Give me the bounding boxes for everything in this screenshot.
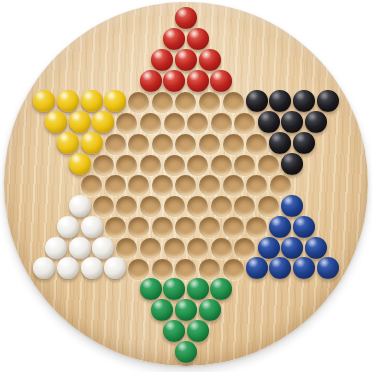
marble-green[interactable] xyxy=(199,299,221,321)
board-cell xyxy=(174,176,198,197)
board-cell xyxy=(186,280,210,301)
board-cell xyxy=(292,134,316,155)
board-cell xyxy=(245,176,269,197)
board-cell xyxy=(257,238,281,259)
marble-green[interactable] xyxy=(210,278,232,300)
board-cell xyxy=(174,343,198,364)
board-hole-grid xyxy=(33,9,340,364)
board-cell xyxy=(162,280,186,301)
board-cell xyxy=(269,259,293,280)
board-cell xyxy=(127,217,151,238)
board-cell xyxy=(174,301,198,322)
board-hole[interactable] xyxy=(140,155,161,176)
board-cell xyxy=(80,259,104,280)
board-cell xyxy=(56,259,80,280)
board-cell xyxy=(257,196,281,217)
board-cell xyxy=(115,155,139,176)
board-cell xyxy=(221,92,245,113)
board-cell xyxy=(210,155,234,176)
board-cell xyxy=(139,238,163,259)
board-hole[interactable] xyxy=(258,196,279,217)
marble-yellow[interactable] xyxy=(69,111,91,133)
board-cell xyxy=(139,280,163,301)
board-cell xyxy=(198,259,222,280)
board-cell xyxy=(186,29,210,50)
board-cell xyxy=(162,29,186,50)
board-cell xyxy=(292,259,316,280)
board-hole[interactable] xyxy=(211,238,232,259)
board-hole[interactable] xyxy=(140,238,161,259)
board-hole[interactable] xyxy=(93,196,114,217)
board-cell xyxy=(92,155,116,176)
marble-white[interactable] xyxy=(92,236,114,258)
marble-blue[interactable] xyxy=(281,195,303,217)
board-cell xyxy=(198,92,222,113)
board-hole[interactable] xyxy=(234,196,255,217)
board-cell xyxy=(186,71,210,92)
board-hole[interactable] xyxy=(128,92,149,113)
board-hole[interactable] xyxy=(128,134,149,155)
marble-red[interactable] xyxy=(187,28,209,50)
board-cell xyxy=(103,134,127,155)
board-cell xyxy=(162,113,186,134)
board-cell xyxy=(151,50,175,71)
board-cell xyxy=(174,217,198,238)
board-cell xyxy=(198,50,222,71)
marble-black[interactable] xyxy=(246,90,268,112)
board-cell xyxy=(210,238,234,259)
board-cell xyxy=(245,217,269,238)
marble-blue[interactable] xyxy=(258,236,280,258)
board-cell xyxy=(210,113,234,134)
marble-black[interactable] xyxy=(258,111,280,133)
board-cell xyxy=(162,196,186,217)
board-cell xyxy=(233,113,257,134)
board-hole[interactable] xyxy=(246,134,267,155)
board-cell xyxy=(198,301,222,322)
board-cell xyxy=(280,238,304,259)
board-hole[interactable] xyxy=(246,217,267,238)
board-cell xyxy=(68,155,92,176)
board-cell xyxy=(127,176,151,197)
marble-green[interactable] xyxy=(175,341,197,363)
board-hole[interactable] xyxy=(164,113,185,134)
board-cell xyxy=(162,71,186,92)
board-cell xyxy=(186,155,210,176)
board-cell xyxy=(162,155,186,176)
board-cell xyxy=(33,92,57,113)
board-hole[interactable] xyxy=(223,92,244,113)
marble-blue[interactable] xyxy=(246,257,268,279)
board-cell xyxy=(245,259,269,280)
board-cell xyxy=(115,238,139,259)
marble-white[interactable] xyxy=(104,257,126,279)
board-cell xyxy=(233,155,257,176)
board-cell xyxy=(316,259,340,280)
marble-red[interactable] xyxy=(199,49,221,71)
board-hole[interactable] xyxy=(128,217,149,238)
marble-yellow[interactable] xyxy=(57,90,79,112)
board-hole[interactable] xyxy=(175,134,196,155)
board-cell xyxy=(139,155,163,176)
marble-red[interactable] xyxy=(163,69,185,91)
board-hole[interactable] xyxy=(175,175,196,196)
board-cell xyxy=(304,238,328,259)
board-cell xyxy=(186,238,210,259)
board-cell xyxy=(174,9,198,30)
board-hole[interactable] xyxy=(246,175,267,196)
board-cell xyxy=(92,196,116,217)
marble-blue[interactable] xyxy=(269,216,291,238)
marble-black[interactable] xyxy=(269,90,291,112)
board-hole[interactable] xyxy=(175,217,196,238)
marble-white[interactable] xyxy=(57,216,79,238)
board-cell xyxy=(198,134,222,155)
board-hole[interactable] xyxy=(199,175,220,196)
board-hole[interactable] xyxy=(116,196,137,217)
board-hole[interactable] xyxy=(152,175,173,196)
board-cell xyxy=(103,176,127,197)
marble-red[interactable] xyxy=(140,69,162,91)
board-cell xyxy=(245,134,269,155)
board-cell xyxy=(151,134,175,155)
chinese-checkers-board xyxy=(4,2,368,366)
board-hole[interactable] xyxy=(223,134,244,155)
marble-yellow[interactable] xyxy=(92,111,114,133)
board-cell xyxy=(68,196,92,217)
board-cell xyxy=(44,113,68,134)
board-hole[interactable] xyxy=(105,217,126,238)
board-cell xyxy=(198,217,222,238)
board-hole[interactable] xyxy=(152,134,173,155)
board-hole[interactable] xyxy=(234,238,255,259)
marble-white[interactable] xyxy=(81,257,103,279)
marble-yellow[interactable] xyxy=(81,132,103,154)
board-cell xyxy=(186,113,210,134)
marble-black[interactable] xyxy=(317,90,339,112)
marble-red[interactable] xyxy=(175,7,197,29)
board-hole[interactable] xyxy=(211,155,232,176)
board-cell xyxy=(233,238,257,259)
board-hole[interactable] xyxy=(223,175,244,196)
board-cell xyxy=(269,176,293,197)
board-cell xyxy=(103,217,127,238)
marble-black[interactable] xyxy=(293,90,315,112)
board-hole[interactable] xyxy=(223,259,244,280)
board-cell xyxy=(127,134,151,155)
marble-red[interactable] xyxy=(187,69,209,91)
board-cell xyxy=(257,155,281,176)
board-cell xyxy=(139,71,163,92)
board-cell xyxy=(210,280,234,301)
board-cell xyxy=(221,217,245,238)
board-hole[interactable] xyxy=(258,155,279,176)
board-hole[interactable] xyxy=(140,113,161,134)
marble-yellow[interactable] xyxy=(81,90,103,112)
board-hole[interactable] xyxy=(128,175,149,196)
board-cell xyxy=(151,217,175,238)
board-cell xyxy=(280,155,304,176)
board-cell xyxy=(162,322,186,343)
board-cell xyxy=(151,92,175,113)
board-hole[interactable] xyxy=(164,196,185,217)
board-hole[interactable] xyxy=(140,196,161,217)
marble-green[interactable] xyxy=(187,320,209,342)
board-hole[interactable] xyxy=(116,113,137,134)
board-cell xyxy=(210,71,234,92)
board-cell xyxy=(174,259,198,280)
board-cell xyxy=(210,196,234,217)
board-cell xyxy=(280,113,304,134)
board-cell xyxy=(186,322,210,343)
chinese-checkers-photo xyxy=(0,0,372,372)
board-cell xyxy=(127,92,151,113)
board-hole[interactable] xyxy=(175,259,196,280)
board-cell xyxy=(115,113,139,134)
marble-yellow[interactable] xyxy=(104,90,126,112)
board-cell xyxy=(233,196,257,217)
board-cell xyxy=(139,113,163,134)
board-hole[interactable] xyxy=(164,155,185,176)
board-hole[interactable] xyxy=(223,217,244,238)
marble-yellow[interactable] xyxy=(45,111,67,133)
marble-green[interactable] xyxy=(175,299,197,321)
marble-green[interactable] xyxy=(151,299,173,321)
board-hole[interactable] xyxy=(199,134,220,155)
board-hole[interactable] xyxy=(187,196,208,217)
marble-blue[interactable] xyxy=(281,236,303,258)
marble-red[interactable] xyxy=(210,69,232,91)
board-hole[interactable] xyxy=(187,238,208,259)
marble-black[interactable] xyxy=(293,132,315,154)
marble-white[interactable] xyxy=(69,236,91,258)
board-cell xyxy=(103,259,127,280)
board-hole[interactable] xyxy=(116,155,137,176)
board-cell xyxy=(103,92,127,113)
marble-yellow[interactable] xyxy=(33,90,55,112)
board-cell xyxy=(56,92,80,113)
board-cell xyxy=(245,92,269,113)
marble-red[interactable] xyxy=(163,28,185,50)
marble-blue[interactable] xyxy=(269,257,291,279)
board-hole[interactable] xyxy=(152,217,173,238)
marble-blue[interactable] xyxy=(293,216,315,238)
board-cell xyxy=(269,217,293,238)
board-cell xyxy=(269,134,293,155)
marble-blue[interactable] xyxy=(293,257,315,279)
marble-yellow[interactable] xyxy=(57,132,79,154)
board-cell xyxy=(80,217,104,238)
board-cell xyxy=(221,176,245,197)
board-hole[interactable] xyxy=(105,134,126,155)
board-cell xyxy=(174,92,198,113)
board-hole[interactable] xyxy=(81,175,102,196)
marble-blue[interactable] xyxy=(317,257,339,279)
marble-black[interactable] xyxy=(281,111,303,133)
marble-black[interactable] xyxy=(281,153,303,175)
board-cell xyxy=(92,238,116,259)
board-cell xyxy=(68,113,92,134)
marble-black[interactable] xyxy=(305,111,327,133)
board-cell xyxy=(151,259,175,280)
board-cell xyxy=(316,92,340,113)
board-cell xyxy=(186,196,210,217)
board-hole[interactable] xyxy=(164,238,185,259)
board-cell xyxy=(33,259,57,280)
board-hole[interactable] xyxy=(234,155,255,176)
board-cell xyxy=(44,238,68,259)
board-cell xyxy=(127,259,151,280)
board-hole[interactable] xyxy=(199,259,220,280)
board-hole[interactable] xyxy=(187,113,208,134)
board-hole[interactable] xyxy=(175,92,196,113)
board-cell xyxy=(115,196,139,217)
marble-white[interactable] xyxy=(33,257,55,279)
board-cell xyxy=(80,134,104,155)
board-cell xyxy=(257,113,281,134)
board-hole[interactable] xyxy=(270,175,291,196)
board-cell xyxy=(68,238,92,259)
board-hole[interactable] xyxy=(211,113,232,134)
marble-green[interactable] xyxy=(187,278,209,300)
board-cell xyxy=(174,134,198,155)
marble-blue[interactable] xyxy=(305,236,327,258)
board-cell xyxy=(80,92,104,113)
board-hole[interactable] xyxy=(105,175,126,196)
board-hole[interactable] xyxy=(199,217,220,238)
board-hole[interactable] xyxy=(152,259,173,280)
marble-green[interactable] xyxy=(140,278,162,300)
board-cell xyxy=(92,113,116,134)
marble-green[interactable] xyxy=(163,278,185,300)
board-cell xyxy=(174,50,198,71)
board-hole[interactable] xyxy=(93,155,114,176)
marble-white[interactable] xyxy=(81,216,103,238)
marble-white[interactable] xyxy=(45,236,67,258)
board-hole[interactable] xyxy=(116,238,137,259)
marble-white[interactable] xyxy=(57,257,79,279)
board-hole[interactable] xyxy=(152,92,173,113)
marble-green[interactable] xyxy=(163,320,185,342)
board-cell xyxy=(304,113,328,134)
board-cell xyxy=(292,92,316,113)
board-hole[interactable] xyxy=(187,155,208,176)
board-hole[interactable] xyxy=(234,113,255,134)
board-cell xyxy=(198,176,222,197)
marble-white[interactable] xyxy=(69,195,91,217)
board-cell xyxy=(292,217,316,238)
board-cell xyxy=(56,217,80,238)
board-cell xyxy=(151,176,175,197)
marble-red[interactable] xyxy=(175,49,197,71)
board-hole[interactable] xyxy=(199,92,220,113)
board-hole[interactable] xyxy=(211,196,232,217)
marble-yellow[interactable] xyxy=(69,153,91,175)
board-cell xyxy=(80,176,104,197)
board-cell xyxy=(56,134,80,155)
marble-red[interactable] xyxy=(151,49,173,71)
board-hole[interactable] xyxy=(128,259,149,280)
board-cell xyxy=(151,301,175,322)
marble-black[interactable] xyxy=(269,132,291,154)
board-cell xyxy=(221,259,245,280)
board-cell xyxy=(269,92,293,113)
board-cell xyxy=(221,134,245,155)
board-cell xyxy=(280,196,304,217)
board-cell xyxy=(162,238,186,259)
board-cell xyxy=(139,196,163,217)
